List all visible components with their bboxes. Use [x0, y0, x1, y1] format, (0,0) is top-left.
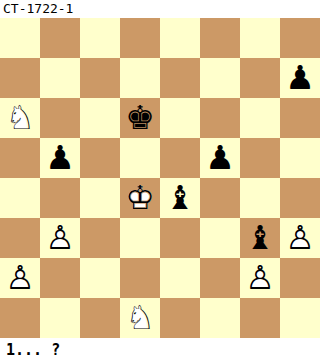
white-pawn-b3: ♟♙ [40, 218, 80, 258]
square-b4[interactable] [40, 178, 80, 218]
square-a5[interactable] [0, 138, 40, 178]
square-d6[interactable]: ♚ [120, 98, 160, 138]
white-pawn-a2: ♟♙ [0, 258, 40, 298]
move-prompt: 1... ? [0, 338, 320, 358]
square-b6[interactable] [40, 98, 80, 138]
square-g6[interactable] [240, 98, 280, 138]
black-bishop-e4: ♝ [160, 178, 200, 218]
square-g3[interactable]: ♝ [240, 218, 280, 258]
square-a1[interactable] [0, 298, 40, 338]
black-bishop-g3: ♝ [240, 218, 280, 258]
square-d4[interactable]: ♚♔ [120, 178, 160, 218]
square-a2[interactable]: ♟♙ [0, 258, 40, 298]
square-a4[interactable] [0, 178, 40, 218]
square-d5[interactable] [120, 138, 160, 178]
square-e1[interactable] [160, 298, 200, 338]
square-b1[interactable] [40, 298, 80, 338]
square-b2[interactable] [40, 258, 80, 298]
white-knight-d1: ♞♘ [120, 298, 160, 338]
square-f1[interactable] [200, 298, 240, 338]
square-c7[interactable] [80, 58, 120, 98]
white-pawn-h3: ♟♙ [280, 218, 320, 258]
square-h8[interactable] [280, 18, 320, 58]
white-king-d4: ♚♔ [120, 178, 160, 218]
square-a8[interactable] [0, 18, 40, 58]
square-a6[interactable]: ♞♘ [0, 98, 40, 138]
square-h1[interactable] [280, 298, 320, 338]
square-a7[interactable] [0, 58, 40, 98]
square-h3[interactable]: ♟♙ [280, 218, 320, 258]
square-e7[interactable] [160, 58, 200, 98]
square-h7[interactable]: ♟ [280, 58, 320, 98]
square-f7[interactable] [200, 58, 240, 98]
square-b7[interactable] [40, 58, 80, 98]
chess-board: ♟♞♘♚♟♟♚♔♝♟♙♝♟♙♟♙♟♙♞♘ [0, 18, 320, 338]
square-c1[interactable] [80, 298, 120, 338]
square-b8[interactable] [40, 18, 80, 58]
square-f5[interactable]: ♟ [200, 138, 240, 178]
square-d3[interactable] [120, 218, 160, 258]
square-f4[interactable] [200, 178, 240, 218]
square-e5[interactable] [160, 138, 200, 178]
square-b3[interactable]: ♟♙ [40, 218, 80, 258]
square-b5[interactable]: ♟ [40, 138, 80, 178]
white-knight-a6: ♞♘ [0, 98, 40, 138]
square-e8[interactable] [160, 18, 200, 58]
square-c8[interactable] [80, 18, 120, 58]
square-c4[interactable] [80, 178, 120, 218]
puzzle-id-title: CT-1722-1 [0, 0, 320, 18]
black-pawn-b5: ♟ [40, 138, 80, 178]
square-h4[interactable] [280, 178, 320, 218]
square-g7[interactable] [240, 58, 280, 98]
square-f6[interactable] [200, 98, 240, 138]
square-f2[interactable] [200, 258, 240, 298]
square-g2[interactable]: ♟♙ [240, 258, 280, 298]
square-h2[interactable] [280, 258, 320, 298]
black-pawn-h7: ♟ [280, 58, 320, 98]
square-g4[interactable] [240, 178, 280, 218]
square-e2[interactable] [160, 258, 200, 298]
square-g8[interactable] [240, 18, 280, 58]
square-f8[interactable] [200, 18, 240, 58]
square-d8[interactable] [120, 18, 160, 58]
square-c2[interactable] [80, 258, 120, 298]
black-king-d6: ♚ [120, 98, 160, 138]
square-a3[interactable] [0, 218, 40, 258]
square-c6[interactable] [80, 98, 120, 138]
square-d1[interactable]: ♞♘ [120, 298, 160, 338]
square-f3[interactable] [200, 218, 240, 258]
square-e4[interactable]: ♝ [160, 178, 200, 218]
square-h5[interactable] [280, 138, 320, 178]
square-e6[interactable] [160, 98, 200, 138]
square-d2[interactable] [120, 258, 160, 298]
square-h6[interactable] [280, 98, 320, 138]
white-pawn-g2: ♟♙ [240, 258, 280, 298]
black-pawn-f5: ♟ [200, 138, 240, 178]
square-e3[interactable] [160, 218, 200, 258]
square-g5[interactable] [240, 138, 280, 178]
square-c3[interactable] [80, 218, 120, 258]
square-d7[interactable] [120, 58, 160, 98]
square-g1[interactable] [240, 298, 280, 338]
square-c5[interactable] [80, 138, 120, 178]
